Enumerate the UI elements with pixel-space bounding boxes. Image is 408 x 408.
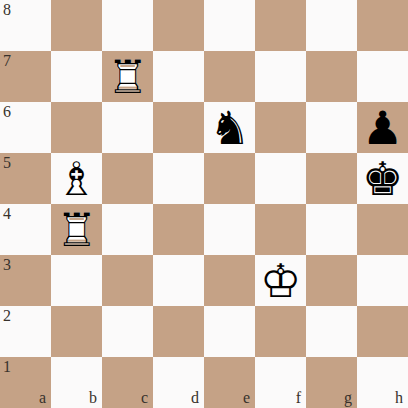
rook-glyph: ♖ <box>102 51 153 102</box>
square-e7[interactable] <box>204 51 255 102</box>
square-f8[interactable] <box>255 0 306 51</box>
square-g2[interactable] <box>306 306 357 357</box>
square-d5[interactable] <box>153 153 204 204</box>
rank-label-2: 2 <box>3 308 11 324</box>
square-c7[interactable]: ♜♖ <box>102 51 153 102</box>
square-g1[interactable]: g <box>306 357 357 408</box>
square-d3[interactable] <box>153 255 204 306</box>
square-b3[interactable] <box>51 255 102 306</box>
rank-label-4: 4 <box>3 206 11 222</box>
rank-label-8: 8 <box>3 2 11 18</box>
square-f7[interactable] <box>255 51 306 102</box>
black-knight-e6[interactable]: ♞ <box>204 102 255 153</box>
rank-label-7: 7 <box>3 53 11 69</box>
square-c1[interactable]: c <box>102 357 153 408</box>
square-g6[interactable] <box>306 102 357 153</box>
square-e6[interactable]: ♞ <box>204 102 255 153</box>
file-label-b: b <box>89 390 97 406</box>
square-a8[interactable]: 8 <box>0 0 51 51</box>
square-a7[interactable]: 7 <box>0 51 51 102</box>
black-king-h5[interactable]: ♚ <box>357 153 408 204</box>
square-b6[interactable] <box>51 102 102 153</box>
square-h3[interactable] <box>357 255 408 306</box>
square-d1[interactable]: d <box>153 357 204 408</box>
square-b4[interactable]: ♜♖ <box>51 204 102 255</box>
square-e8[interactable] <box>204 0 255 51</box>
square-d4[interactable] <box>153 204 204 255</box>
square-f5[interactable] <box>255 153 306 204</box>
file-label-c: c <box>141 390 148 406</box>
chess-board: 87♜♖6♞♟5♝♗♚4♜♖3♚♔21abcdefgh <box>0 0 408 408</box>
square-f2[interactable] <box>255 306 306 357</box>
square-h7[interactable] <box>357 51 408 102</box>
square-a1[interactable]: 1a <box>0 357 51 408</box>
square-f3[interactable]: ♚♔ <box>255 255 306 306</box>
square-g4[interactable] <box>306 204 357 255</box>
square-c8[interactable] <box>102 0 153 51</box>
square-d7[interactable] <box>153 51 204 102</box>
square-d8[interactable] <box>153 0 204 51</box>
square-h6[interactable]: ♟ <box>357 102 408 153</box>
white-king-f3[interactable]: ♚♔ <box>255 255 306 306</box>
square-d6[interactable] <box>153 102 204 153</box>
file-label-f: f <box>296 390 301 406</box>
square-f1[interactable]: f <box>255 357 306 408</box>
file-label-d: d <box>191 390 199 406</box>
black-pawn-h6[interactable]: ♟ <box>357 102 408 153</box>
square-c6[interactable] <box>102 102 153 153</box>
square-a2[interactable]: 2 <box>0 306 51 357</box>
king-glyph: ♔ <box>255 255 306 306</box>
square-h1[interactable]: h <box>357 357 408 408</box>
square-d2[interactable] <box>153 306 204 357</box>
rank-label-5: 5 <box>3 155 11 171</box>
king-glyph: ♚ <box>357 153 408 204</box>
square-b7[interactable] <box>51 51 102 102</box>
square-c2[interactable] <box>102 306 153 357</box>
square-a5[interactable]: 5 <box>0 153 51 204</box>
square-b1[interactable]: b <box>51 357 102 408</box>
square-g5[interactable] <box>306 153 357 204</box>
knight-glyph: ♞ <box>204 102 255 153</box>
rank-label-3: 3 <box>3 257 11 273</box>
rook-glyph: ♖ <box>51 204 102 255</box>
square-f4[interactable] <box>255 204 306 255</box>
pawn-glyph: ♟ <box>357 102 408 153</box>
square-c5[interactable] <box>102 153 153 204</box>
square-a3[interactable]: 3 <box>0 255 51 306</box>
square-e4[interactable] <box>204 204 255 255</box>
square-a4[interactable]: 4 <box>0 204 51 255</box>
white-rook-b4[interactable]: ♜♖ <box>51 204 102 255</box>
square-e2[interactable] <box>204 306 255 357</box>
square-c3[interactable] <box>102 255 153 306</box>
square-e5[interactable] <box>204 153 255 204</box>
file-label-a: a <box>39 390 46 406</box>
square-c4[interactable] <box>102 204 153 255</box>
square-e3[interactable] <box>204 255 255 306</box>
square-b8[interactable] <box>51 0 102 51</box>
white-rook-c7[interactable]: ♜♖ <box>102 51 153 102</box>
file-label-g: g <box>344 390 352 406</box>
square-f6[interactable] <box>255 102 306 153</box>
square-h2[interactable] <box>357 306 408 357</box>
square-e1[interactable]: e <box>204 357 255 408</box>
square-h4[interactable] <box>357 204 408 255</box>
square-g3[interactable] <box>306 255 357 306</box>
square-b2[interactable] <box>51 306 102 357</box>
rank-label-6: 6 <box>3 104 11 120</box>
square-h8[interactable] <box>357 0 408 51</box>
square-h5[interactable]: ♚ <box>357 153 408 204</box>
square-a6[interactable]: 6 <box>0 102 51 153</box>
rank-label-1: 1 <box>3 359 11 375</box>
square-g8[interactable] <box>306 0 357 51</box>
file-label-e: e <box>243 390 250 406</box>
square-g7[interactable] <box>306 51 357 102</box>
bishop-glyph: ♗ <box>51 153 102 204</box>
white-bishop-b5[interactable]: ♝♗ <box>51 153 102 204</box>
square-b5[interactable]: ♝♗ <box>51 153 102 204</box>
file-label-h: h <box>395 390 403 406</box>
